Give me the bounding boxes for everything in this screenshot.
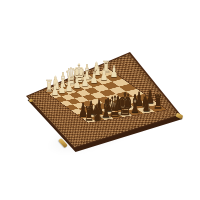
white-pawn[interactable]: ♟ [99,67,107,83]
left-hinge [29,99,33,102]
chess-set-photo: ♜♞♝♛♚♝♞♜♟♟♟♟♟♟♟♟♟♟♟♟♟♟♟♟♜♞♝♛♚♝♞♜ [0,0,200,200]
black-knight[interactable]: ♞ [140,92,151,115]
white-pawn[interactable]: ♟ [81,73,89,89]
white-pawn[interactable]: ♟ [90,70,98,86]
black-rook[interactable]: ♜ [84,104,94,124]
black-rook[interactable]: ♜ [153,92,163,112]
white-pawn[interactable]: ♟ [110,64,118,80]
white-pawn[interactable]: ♟ [51,82,59,98]
white-pawn[interactable]: ♟ [73,75,81,91]
